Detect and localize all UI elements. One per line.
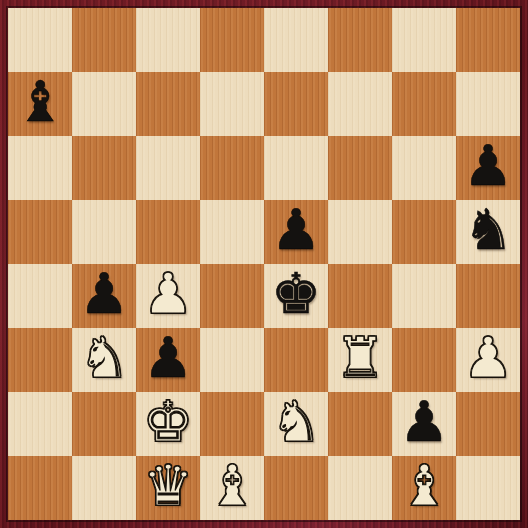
square-a2[interactable] xyxy=(8,392,72,456)
square-f4[interactable] xyxy=(328,264,392,328)
square-c7[interactable] xyxy=(136,72,200,136)
white-pawn[interactable]: ♟ xyxy=(463,326,513,390)
square-g1[interactable]: ♝ xyxy=(392,456,456,520)
square-b1[interactable] xyxy=(72,456,136,520)
white-bishop[interactable]: ♝ xyxy=(399,454,449,518)
white-pawn[interactable]: ♟ xyxy=(143,262,193,326)
square-b4[interactable]: ♟ xyxy=(72,264,136,328)
square-c3[interactable]: ♟ xyxy=(136,328,200,392)
square-d8[interactable] xyxy=(200,8,264,72)
square-a4[interactable] xyxy=(8,264,72,328)
square-c5[interactable] xyxy=(136,200,200,264)
square-b7[interactable] xyxy=(72,72,136,136)
square-g8[interactable] xyxy=(392,8,456,72)
square-c4[interactable]: ♟ xyxy=(136,264,200,328)
square-c6[interactable] xyxy=(136,136,200,200)
square-d3[interactable] xyxy=(200,328,264,392)
square-d2[interactable] xyxy=(200,392,264,456)
square-f6[interactable] xyxy=(328,136,392,200)
square-e6[interactable] xyxy=(264,136,328,200)
square-h5[interactable]: ♞ xyxy=(456,200,520,264)
square-e4[interactable]: ♚ xyxy=(264,264,328,328)
square-e1[interactable] xyxy=(264,456,328,520)
square-f5[interactable] xyxy=(328,200,392,264)
black-pawn[interactable]: ♟ xyxy=(463,134,513,198)
black-pawn[interactable]: ♟ xyxy=(79,262,129,326)
square-c8[interactable] xyxy=(136,8,200,72)
square-e5[interactable]: ♟ xyxy=(264,200,328,264)
square-h4[interactable] xyxy=(456,264,520,328)
white-bishop[interactable]: ♝ xyxy=(207,454,257,518)
square-b6[interactable] xyxy=(72,136,136,200)
square-a3[interactable] xyxy=(8,328,72,392)
black-knight[interactable]: ♞ xyxy=(463,198,513,262)
black-king[interactable]: ♚ xyxy=(271,262,321,326)
square-e8[interactable] xyxy=(264,8,328,72)
square-e7[interactable] xyxy=(264,72,328,136)
square-h6[interactable]: ♟ xyxy=(456,136,520,200)
square-c2[interactable]: ♚ xyxy=(136,392,200,456)
white-queen[interactable]: ♛ xyxy=(143,454,193,518)
white-knight[interactable]: ♞ xyxy=(79,326,129,390)
square-b8[interactable] xyxy=(72,8,136,72)
black-pawn[interactable]: ♟ xyxy=(143,326,193,390)
square-e2[interactable]: ♞ xyxy=(264,392,328,456)
square-g5[interactable] xyxy=(392,200,456,264)
square-h7[interactable] xyxy=(456,72,520,136)
square-h3[interactable]: ♟ xyxy=(456,328,520,392)
square-g4[interactable] xyxy=(392,264,456,328)
white-rook[interactable]: ♜ xyxy=(335,326,385,390)
square-f7[interactable] xyxy=(328,72,392,136)
black-pawn[interactable]: ♟ xyxy=(271,198,321,262)
square-g3[interactable] xyxy=(392,328,456,392)
square-a7[interactable]: ♝ xyxy=(8,72,72,136)
square-b2[interactable] xyxy=(72,392,136,456)
board-frame: ♝♟♟♞♟♟♚♞♟♜♟♚♞♟♛♝♝ xyxy=(0,0,528,528)
square-b3[interactable]: ♞ xyxy=(72,328,136,392)
square-f1[interactable] xyxy=(328,456,392,520)
white-knight[interactable]: ♞ xyxy=(271,390,321,454)
square-e3[interactable] xyxy=(264,328,328,392)
square-a8[interactable] xyxy=(8,8,72,72)
white-king[interactable]: ♚ xyxy=(143,390,193,454)
square-h2[interactable] xyxy=(456,392,520,456)
square-d4[interactable] xyxy=(200,264,264,328)
square-d7[interactable] xyxy=(200,72,264,136)
square-g7[interactable] xyxy=(392,72,456,136)
square-g6[interactable] xyxy=(392,136,456,200)
square-a6[interactable] xyxy=(8,136,72,200)
black-pawn[interactable]: ♟ xyxy=(399,390,449,454)
square-d1[interactable]: ♝ xyxy=(200,456,264,520)
square-h8[interactable] xyxy=(456,8,520,72)
square-c1[interactable]: ♛ xyxy=(136,456,200,520)
square-a1[interactable] xyxy=(8,456,72,520)
square-b5[interactable] xyxy=(72,200,136,264)
square-d6[interactable] xyxy=(200,136,264,200)
square-a5[interactable] xyxy=(8,200,72,264)
black-bishop[interactable]: ♝ xyxy=(15,70,65,134)
square-f8[interactable] xyxy=(328,8,392,72)
square-f2[interactable] xyxy=(328,392,392,456)
square-h1[interactable] xyxy=(456,456,520,520)
square-f3[interactable]: ♜ xyxy=(328,328,392,392)
square-g2[interactable]: ♟ xyxy=(392,392,456,456)
chess-board: ♝♟♟♞♟♟♚♞♟♜♟♚♞♟♛♝♝ xyxy=(8,8,520,520)
square-d5[interactable] xyxy=(200,200,264,264)
